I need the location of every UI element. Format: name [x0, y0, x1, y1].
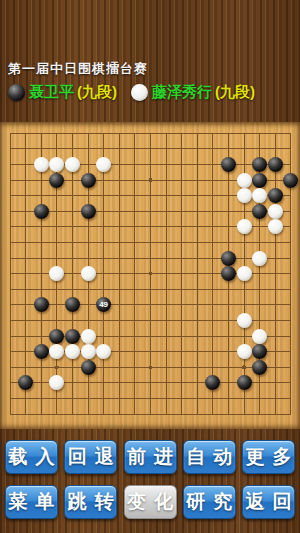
white-player-name: 藤泽秀行: [152, 83, 212, 102]
black-stone: [283, 173, 298, 188]
black-stone: [34, 297, 49, 312]
black-player-rank: (九段): [77, 83, 117, 102]
black-stone: [221, 157, 236, 172]
white-stone: [237, 313, 252, 328]
go-app-screen: 第一届中日围棋擂台赛 聂卫平 (九段) 藤泽秀行 (九段) 49 载入 回退 前…: [0, 0, 300, 533]
black-player-name: 聂卫平: [29, 83, 74, 102]
black-player-group: 聂卫平 (九段): [8, 83, 117, 102]
black-stone: 49: [96, 297, 111, 312]
white-player-group: 藤泽秀行 (九段): [131, 83, 255, 102]
white-stone: [96, 157, 111, 172]
white-stone: [237, 219, 252, 234]
study-button[interactable]: 研究: [183, 485, 236, 519]
black-stone-icon: [8, 84, 25, 101]
white-stone: [34, 157, 49, 172]
black-stone: [268, 188, 283, 203]
black-stone: [65, 329, 80, 344]
white-stone: [237, 188, 252, 203]
white-stone: [81, 344, 96, 359]
black-stone: [81, 204, 96, 219]
black-stone: [252, 157, 267, 172]
menu-button[interactable]: 菜单: [5, 485, 58, 519]
go-board[interactable]: 49: [0, 122, 300, 429]
white-stone: [81, 329, 96, 344]
black-stone: [221, 251, 236, 266]
back-button[interactable]: 返回: [242, 485, 295, 519]
black-stone: [49, 329, 64, 344]
game-title: 第一届中日围棋擂台赛: [8, 60, 148, 78]
white-stone: [65, 344, 80, 359]
black-stone: [81, 173, 96, 188]
load-button[interactable]: 载入: [5, 440, 58, 474]
forward-button[interactable]: 前进: [124, 440, 177, 474]
player-info-bar: 聂卫平 (九段) 藤泽秀行 (九段): [8, 83, 255, 102]
white-stone-icon: [131, 84, 148, 101]
black-stone: [34, 204, 49, 219]
black-stone: [252, 360, 267, 375]
white-stone: [268, 219, 283, 234]
white-stone: [237, 173, 252, 188]
black-stone: [221, 266, 236, 281]
undo-button[interactable]: 回退: [64, 440, 117, 474]
black-stone: [268, 157, 283, 172]
white-stone: [237, 266, 252, 281]
white-stone: [252, 329, 267, 344]
auto-play-button[interactable]: 自动: [183, 440, 236, 474]
black-stone: [252, 173, 267, 188]
move-number-label: 49: [96, 297, 111, 312]
white-stone: [81, 266, 96, 281]
white-stone: [65, 157, 80, 172]
white-stone: [268, 204, 283, 219]
button-row-2: 菜单 跳转 变化 研究 返回: [0, 485, 300, 519]
variation-button[interactable]: 变化: [124, 485, 177, 519]
button-row-1: 载入 回退 前进 自动 更多: [0, 440, 300, 474]
black-stone: [237, 375, 252, 390]
black-stone: [252, 204, 267, 219]
more-button[interactable]: 更多: [242, 440, 295, 474]
black-stone: [34, 344, 49, 359]
black-stone: [49, 173, 64, 188]
black-stone: [81, 360, 96, 375]
white-player-rank: (九段): [215, 83, 255, 102]
jump-button[interactable]: 跳转: [64, 485, 117, 519]
white-stone: [252, 251, 267, 266]
white-stone: [237, 344, 252, 359]
